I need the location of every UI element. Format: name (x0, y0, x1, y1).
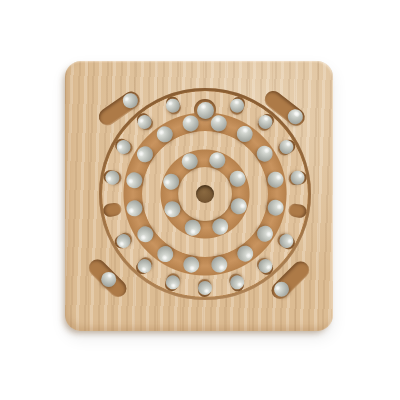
gate-marble[interactable] (197, 102, 214, 119)
slot-marble[interactable] (198, 281, 212, 295)
center-hole (196, 185, 214, 203)
photo-stage (0, 0, 400, 400)
wooden-board (65, 61, 333, 331)
